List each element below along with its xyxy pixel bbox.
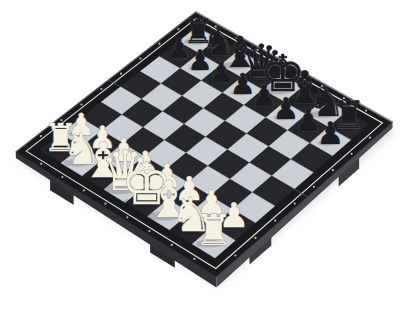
frame-rivet-dot: [80, 103, 82, 105]
frame-rivet-dot: [369, 137, 371, 139]
frame-rivet-dot: [177, 28, 179, 30]
frame-rivet-dot: [274, 220, 276, 222]
frame-rivet-dot: [254, 237, 256, 239]
frame-rivet-dot: [148, 230, 150, 232]
frame-rivet-dot: [120, 73, 122, 75]
frame-rivet-dot: [139, 58, 141, 60]
frame-rivet-dot: [100, 88, 102, 90]
frame-rivet-dot: [171, 244, 173, 246]
frame-rivet-dot: [313, 186, 315, 188]
frame-rivet-dot: [351, 153, 353, 155]
chess-board-scene: ♜♞♟♝♟♛♟♚♟♝♟♞♟♜♟♟♟♟♜♟♞♟♝♟♛♟♚♟♝♟♞♜: [0, 0, 400, 321]
piece-white-rook-h1: ♜: [195, 205, 233, 255]
frame-rivet-dot: [294, 203, 296, 205]
frame-rivet-dot: [332, 169, 334, 171]
frame-rivet-dot: [40, 135, 42, 137]
frame-rivet-dot: [40, 163, 42, 165]
product-photo-magnetic-chess-set: ♜♞♟♝♟♛♟♚♟♝♟♞♟♜♟♟♟♟♜♟♞♟♝♟♛♟♚♟♝♟♞♜: [0, 0, 400, 321]
frame-rivet-dot: [158, 43, 160, 45]
frame-rivet-dot: [234, 254, 236, 256]
frame-rivet-dot: [193, 258, 195, 260]
frame-rivet-dot: [83, 189, 85, 191]
frame-rivet-dot: [61, 176, 63, 178]
piece-black-pawn-h7: ♟: [316, 115, 344, 151]
